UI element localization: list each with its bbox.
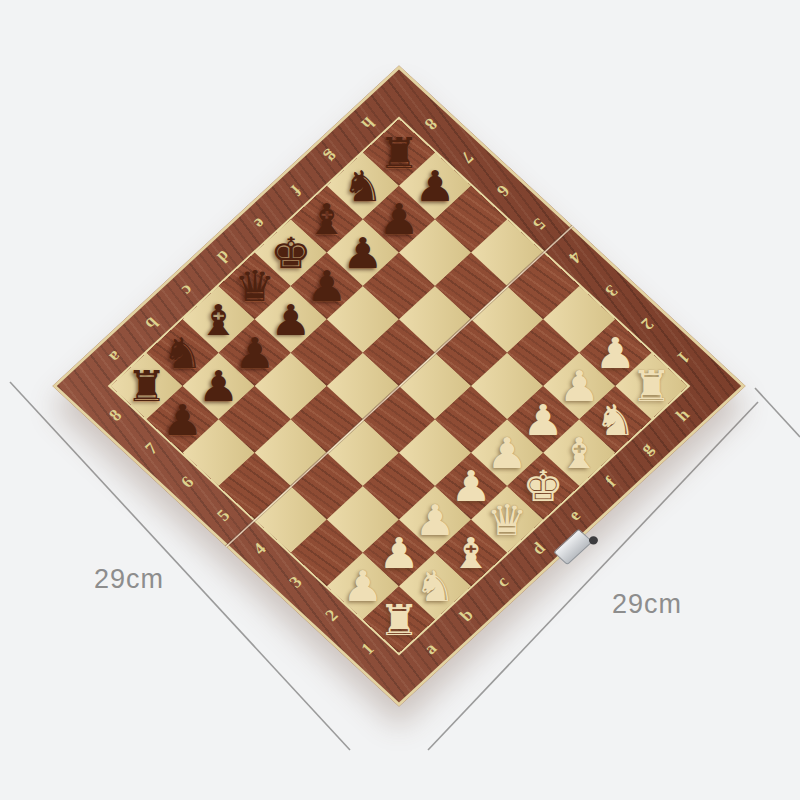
square-h7[interactable]: ♟ <box>399 152 471 219</box>
rank-label-right-5: 5 <box>528 214 549 234</box>
rank-label-right-3: 3 <box>600 280 621 300</box>
dimension-tick-right <box>755 388 800 437</box>
rank-label-left-3: 3 <box>285 572 306 592</box>
rank-label-left-5: 5 <box>213 505 234 525</box>
rank-label-left-4: 4 <box>249 539 270 559</box>
scene: 29cm 29cm ♜♞♝♛♚♝♞♜♟♟♟♟♟♟♟♟♟♟♟♟♟♟♟♟♜♞♝♛♚♝… <box>0 0 800 800</box>
dimension-label-left: 29cm <box>94 564 164 595</box>
piece-black-pawn-h7[interactable]: ♟ <box>410 162 461 209</box>
rank-label-left-6: 6 <box>177 472 198 492</box>
piece-white-rook-h1[interactable]: ♜ <box>626 362 677 409</box>
rank-label-right-4: 4 <box>564 247 585 267</box>
square-h1[interactable]: ♜ <box>615 353 687 420</box>
rank-label-right-6: 6 <box>492 180 513 200</box>
dimension-label-right: 29cm <box>612 589 682 620</box>
